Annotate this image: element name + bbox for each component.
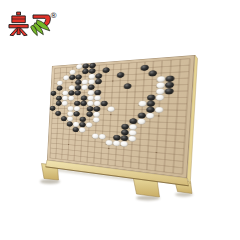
stone-black <box>89 63 96 69</box>
grid-line <box>173 59 180 173</box>
stone-white <box>106 140 113 146</box>
stone-black <box>73 111 79 116</box>
stone-white <box>156 88 165 94</box>
stone-black <box>57 86 63 91</box>
stone-black <box>148 70 157 76</box>
product-photo: ® <box>0 0 240 240</box>
stone-white <box>87 95 94 100</box>
stone-white <box>87 101 94 106</box>
stone-black <box>165 82 174 88</box>
stone-black <box>95 79 102 85</box>
stone-black <box>88 85 95 90</box>
stone-black <box>50 106 56 111</box>
stone-black <box>147 95 156 101</box>
stone-black <box>94 90 101 95</box>
stone-white <box>67 111 73 116</box>
star-point <box>158 115 160 116</box>
stone-white <box>88 79 95 84</box>
stone-black <box>75 80 81 85</box>
star-point <box>68 144 69 145</box>
stone-black <box>113 135 121 141</box>
stone-black <box>75 74 81 79</box>
stone-black <box>117 72 125 78</box>
grid-line <box>115 64 121 166</box>
grid-line <box>50 68 55 158</box>
stone-white <box>68 96 74 101</box>
stone-black <box>51 91 57 96</box>
stone-white <box>81 85 88 90</box>
stone-white <box>63 75 69 80</box>
stone-white <box>157 76 166 82</box>
stone-white <box>76 64 82 70</box>
go-board <box>47 55 195 178</box>
stone-black <box>124 83 132 89</box>
stone-white <box>107 106 114 111</box>
stone-black <box>87 106 94 111</box>
stone-white <box>62 101 68 106</box>
grid-line <box>123 63 129 167</box>
stone-white <box>155 107 164 113</box>
stone-black <box>74 101 80 106</box>
stone-black <box>86 112 93 117</box>
star-point <box>112 80 114 81</box>
stone-white <box>57 81 63 86</box>
stone-black <box>69 75 75 80</box>
stone-white <box>120 141 128 147</box>
stone-black <box>75 90 81 95</box>
stone-black <box>56 101 62 106</box>
stone-white <box>156 82 165 88</box>
stone-white <box>62 91 68 96</box>
stone-black <box>147 101 156 107</box>
stone-white <box>93 112 100 117</box>
stone-white <box>129 130 137 136</box>
stone-white <box>92 133 99 139</box>
stone-white <box>69 85 75 90</box>
stone-black <box>146 107 154 113</box>
stone-black <box>141 65 149 71</box>
stone-black <box>55 111 61 116</box>
stone-white <box>99 134 106 140</box>
stone-black <box>165 88 174 94</box>
stone-white <box>146 113 154 119</box>
stone-black <box>89 68 96 74</box>
star-point <box>110 114 112 115</box>
stone-black <box>101 101 108 106</box>
stone-white <box>138 101 146 107</box>
stone-white <box>74 106 80 111</box>
stone-white <box>82 79 89 84</box>
stone-white <box>128 136 136 142</box>
star-point <box>71 82 72 83</box>
star-point <box>108 148 110 149</box>
stone-white <box>88 74 95 80</box>
grid-line <box>50 148 183 161</box>
stone-white <box>62 96 68 101</box>
stone-black <box>95 73 102 79</box>
stone-white <box>69 70 75 75</box>
stone-black <box>75 85 81 90</box>
stone-black <box>82 63 89 69</box>
grid-line <box>52 128 185 136</box>
stone-black <box>103 67 110 73</box>
stone-black <box>93 106 100 111</box>
stone-black <box>165 76 174 82</box>
grid-line <box>53 103 187 104</box>
stone-white <box>67 106 73 111</box>
stone-white <box>88 90 95 95</box>
stone-white <box>94 101 101 106</box>
stone-black <box>61 116 67 121</box>
stone-black <box>81 96 88 101</box>
stone-white <box>155 95 164 101</box>
stone-black <box>80 101 87 106</box>
grid-line <box>131 62 137 167</box>
stone-black <box>121 135 129 141</box>
stone-black <box>138 113 146 119</box>
star-point <box>155 152 157 153</box>
stone-black <box>82 69 89 75</box>
stone-white <box>94 95 101 100</box>
board-grid <box>47 55 195 178</box>
stone-black <box>56 96 62 101</box>
stone-black <box>68 90 74 95</box>
grid-line <box>101 65 107 165</box>
stone-white <box>113 140 121 146</box>
